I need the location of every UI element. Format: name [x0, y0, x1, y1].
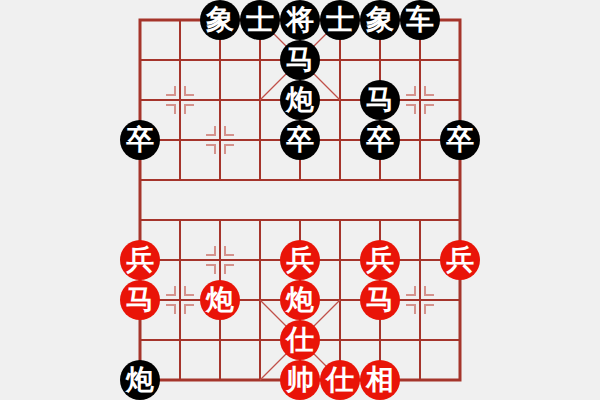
piece-black-soldier[interactable]: 卒 — [280, 120, 320, 160]
piece-red-horse[interactable]: 马 — [360, 280, 400, 320]
piece-red-soldier[interactable]: 兵 — [280, 240, 320, 280]
piece-red-general[interactable]: 帅 — [280, 360, 320, 400]
piece-red-soldier[interactable]: 兵 — [120, 240, 160, 280]
piece-black-soldier[interactable]: 卒 — [120, 120, 160, 160]
piece-red-cannon[interactable]: 炮 — [200, 280, 240, 320]
piece-black-cannon[interactable]: 炮 — [280, 80, 320, 120]
xiangqi-board: 象士将士象车马炮马卒卒卒卒兵兵兵兵马炮炮马仕炮帅仕相 — [0, 0, 600, 400]
piece-red-elephant[interactable]: 相 — [360, 360, 400, 400]
piece-black-soldier[interactable]: 卒 — [360, 120, 400, 160]
piece-black-horse[interactable]: 马 — [280, 40, 320, 80]
piece-red-soldier[interactable]: 兵 — [440, 240, 480, 280]
piece-black-elephant[interactable]: 象 — [360, 0, 400, 40]
piece-black-general[interactable]: 将 — [280, 0, 320, 40]
piece-black-chariot[interactable]: 车 — [400, 0, 440, 40]
piece-red-soldier[interactable]: 兵 — [360, 240, 400, 280]
piece-black-cannon[interactable]: 炮 — [120, 360, 160, 400]
piece-black-advisor[interactable]: 士 — [320, 0, 360, 40]
piece-black-elephant[interactable]: 象 — [200, 0, 240, 40]
piece-red-cannon[interactable]: 炮 — [280, 280, 320, 320]
piece-red-advisor[interactable]: 仕 — [280, 320, 320, 360]
piece-red-horse[interactable]: 马 — [120, 280, 160, 320]
piece-red-advisor[interactable]: 仕 — [320, 360, 360, 400]
piece-black-advisor[interactable]: 士 — [240, 0, 280, 40]
piece-black-soldier[interactable]: 卒 — [440, 120, 480, 160]
piece-black-horse[interactable]: 马 — [360, 80, 400, 120]
